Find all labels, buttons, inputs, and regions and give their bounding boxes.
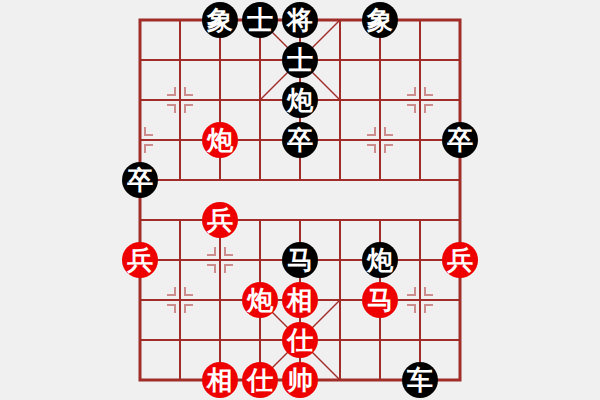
piece-black-cannon[interactable]: 炮 [362, 242, 398, 278]
point-marker [385, 127, 393, 135]
piece-black-advisor[interactable]: 士 [242, 2, 278, 38]
xiangqi-board: 象士将象士炮炮卒卒卒兵兵马炮兵炮相马仕相仕帅车 [0, 0, 600, 400]
point-marker [367, 145, 375, 153]
piece-black-cannon[interactable]: 炮 [282, 82, 318, 118]
piece-black-elephant[interactable]: 象 [202, 2, 238, 38]
point-marker [207, 247, 215, 255]
piece-red-general[interactable]: 帅 [282, 362, 318, 398]
piece-black-elephant[interactable]: 象 [362, 2, 398, 38]
piece-red-elephant[interactable]: 相 [202, 362, 238, 398]
piece-black-soldier[interactable]: 卒 [282, 122, 318, 158]
point-marker [425, 105, 433, 113]
piece-red-soldier[interactable]: 兵 [122, 242, 158, 278]
point-marker [185, 105, 193, 113]
point-marker [207, 265, 215, 273]
point-marker [225, 265, 233, 273]
point-marker [145, 127, 153, 135]
point-marker [425, 87, 433, 95]
piece-red-horse[interactable]: 马 [362, 282, 398, 318]
point-marker [407, 287, 415, 295]
point-marker [425, 287, 433, 295]
point-marker [407, 87, 415, 95]
piece-black-horse[interactable]: 马 [282, 242, 318, 278]
point-marker [385, 145, 393, 153]
point-marker [225, 247, 233, 255]
point-marker [167, 287, 175, 295]
point-marker [185, 87, 193, 95]
xiangqi-app: 象士将象士炮炮卒卒卒兵兵马炮兵炮相马仕相仕帅车 [0, 0, 600, 400]
piece-red-advisor[interactable]: 仕 [242, 362, 278, 398]
piece-black-chariot[interactable]: 车 [402, 362, 438, 398]
point-marker [407, 105, 415, 113]
point-marker [185, 305, 193, 313]
point-marker [185, 287, 193, 295]
point-marker [167, 305, 175, 313]
piece-red-soldier[interactable]: 兵 [202, 202, 238, 238]
piece-black-general[interactable]: 将 [282, 2, 318, 38]
point-marker [425, 305, 433, 313]
point-marker [367, 127, 375, 135]
piece-black-soldier[interactable]: 卒 [122, 162, 158, 198]
point-marker [407, 305, 415, 313]
point-marker [145, 145, 153, 153]
point-marker [167, 105, 175, 113]
point-marker [167, 87, 175, 95]
piece-red-cannon[interactable]: 炮 [202, 122, 238, 158]
piece-red-advisor[interactable]: 仕 [282, 322, 318, 358]
piece-red-elephant[interactable]: 相 [282, 282, 318, 318]
piece-black-advisor[interactable]: 士 [282, 42, 318, 78]
piece-black-soldier[interactable]: 卒 [442, 122, 478, 158]
piece-red-soldier[interactable]: 兵 [442, 242, 478, 278]
piece-red-cannon[interactable]: 炮 [242, 282, 278, 318]
